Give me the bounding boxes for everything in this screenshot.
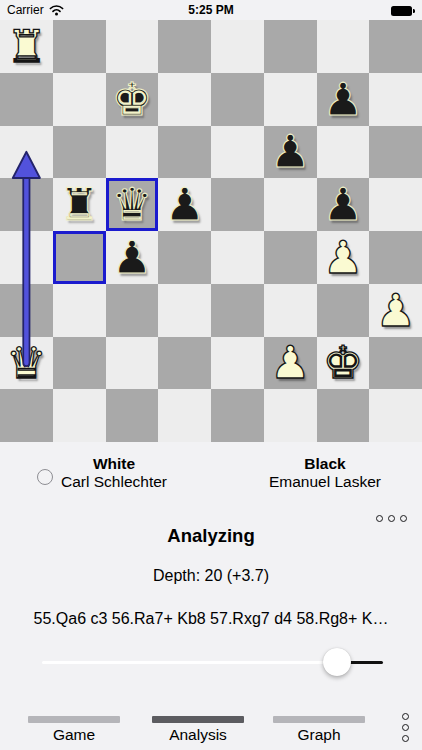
square-e5[interactable]: [211, 178, 264, 231]
black-pawn-d5[interactable]: ♟: [164, 182, 204, 227]
square-e6[interactable]: [211, 126, 264, 179]
square-f2[interactable]: ♟: [264, 337, 317, 390]
square-c8[interactable]: [106, 20, 159, 73]
square-g5[interactable]: ♟: [317, 178, 370, 231]
square-d4[interactable]: [158, 231, 211, 284]
black-label: Black: [251, 456, 399, 472]
square-b7[interactable]: [53, 73, 106, 126]
square-d3[interactable]: [158, 284, 211, 337]
white-player-name: Carl Schlechter: [40, 474, 188, 490]
black-queen-c5[interactable]: ♛: [112, 182, 152, 227]
square-g1[interactable]: [317, 389, 370, 442]
app-screen: Carrier 5:25 PM ♜♚♟♟♜♛♟♟♟♟♟♛♟♚ White Car…: [0, 0, 422, 750]
square-e3[interactable]: [211, 284, 264, 337]
status-bar: Carrier 5:25 PM: [0, 0, 422, 20]
square-a4[interactable]: [0, 231, 53, 284]
black-pawn-c4[interactable]: ♟: [112, 235, 152, 280]
analysis-options-button[interactable]: [376, 515, 407, 522]
square-b5[interactable]: ♜: [53, 178, 106, 231]
square-f1[interactable]: [264, 389, 317, 442]
square-a6[interactable]: [0, 126, 53, 179]
square-h3[interactable]: ♟: [369, 284, 422, 337]
battery-icon: [391, 6, 415, 16]
black-player: Black Emanuel Lasker: [251, 456, 399, 490]
square-h1[interactable]: [369, 389, 422, 442]
tab-indicator: [28, 716, 120, 723]
tab-analysis[interactable]: Analysis: [152, 716, 244, 744]
analysis-depth-eval: Depth: 20 (+3.7): [0, 567, 422, 585]
square-e4[interactable]: [211, 231, 264, 284]
square-g4[interactable]: ♟: [317, 231, 370, 284]
black-pawn-f6[interactable]: ♟: [270, 129, 310, 174]
chess-board-container: ♜♚♟♟♜♛♟♟♟♟♟♛♟♚: [0, 20, 422, 442]
white-king-g2[interactable]: ♚: [323, 340, 363, 385]
square-b8[interactable]: [53, 20, 106, 73]
square-b3[interactable]: [53, 284, 106, 337]
dot-icon: [376, 515, 383, 522]
dot-icon: [402, 713, 409, 720]
square-f3[interactable]: [264, 284, 317, 337]
square-h2[interactable]: [369, 337, 422, 390]
square-e2[interactable]: [211, 337, 264, 390]
square-h7[interactable]: [369, 73, 422, 126]
square-e8[interactable]: [211, 20, 264, 73]
white-pawn-h3[interactable]: ♟: [375, 288, 415, 333]
square-d7[interactable]: [158, 73, 211, 126]
square-c5[interactable]: ♛: [106, 178, 159, 231]
tab-indicator-active: [152, 716, 244, 723]
square-a7[interactable]: [0, 73, 53, 126]
square-d2[interactable]: [158, 337, 211, 390]
square-e1[interactable]: [211, 389, 264, 442]
dot-icon: [402, 724, 409, 731]
square-h8[interactable]: [369, 20, 422, 73]
square-h4[interactable]: [369, 231, 422, 284]
tab-game[interactable]: Game: [28, 716, 120, 744]
square-d5[interactable]: ♟: [158, 178, 211, 231]
black-pawn-g5[interactable]: ♟: [323, 182, 363, 227]
more-menu-button[interactable]: [402, 713, 409, 742]
slider-thumb[interactable]: [323, 648, 351, 676]
white-queen-a2[interactable]: ♛: [6, 340, 46, 385]
square-d8[interactable]: [158, 20, 211, 73]
square-c1[interactable]: [106, 389, 159, 442]
square-c7[interactable]: ♚: [106, 73, 159, 126]
white-player: White Carl Schlechter: [40, 456, 188, 490]
square-b2[interactable]: [53, 337, 106, 390]
black-player-name: Emanuel Lasker: [251, 474, 399, 490]
black-rook-b5[interactable]: ♜: [59, 182, 99, 227]
square-g2[interactable]: ♚: [317, 337, 370, 390]
square-d1[interactable]: [158, 389, 211, 442]
square-a1[interactable]: [0, 389, 53, 442]
slider-track-left[interactable]: [42, 661, 337, 664]
square-c3[interactable]: [106, 284, 159, 337]
white-pawn-f2[interactable]: ♟: [270, 340, 310, 385]
square-a8[interactable]: ♜: [0, 20, 53, 73]
square-a2[interactable]: ♛: [0, 337, 53, 390]
black-pawn-g7[interactable]: ♟: [323, 77, 363, 122]
square-d6[interactable]: [158, 126, 211, 179]
square-g6[interactable]: [317, 126, 370, 179]
tab-graph[interactable]: Graph: [273, 716, 365, 744]
square-e7[interactable]: [211, 73, 264, 126]
square-a5[interactable]: [0, 178, 53, 231]
black-king-c7[interactable]: ♚: [112, 77, 152, 122]
chess-board[interactable]: ♜♚♟♟♜♛♟♟♟♟♟♛♟♚: [0, 20, 422, 442]
square-c6[interactable]: [106, 126, 159, 179]
square-h6[interactable]: [369, 126, 422, 179]
dot-icon: [388, 515, 395, 522]
tab-indicator: [273, 716, 365, 723]
tab-analysis-label: Analysis: [152, 726, 244, 744]
white-pawn-g4[interactable]: ♟: [323, 235, 363, 280]
square-g8[interactable]: [317, 20, 370, 73]
square-f6[interactable]: ♟: [264, 126, 317, 179]
square-b6[interactable]: [53, 126, 106, 179]
white-rook-a8[interactable]: ♜: [6, 24, 46, 69]
dot-icon: [402, 735, 409, 742]
square-f8[interactable]: [264, 20, 317, 73]
tab-game-label: Game: [28, 726, 120, 744]
clock: 5:25 PM: [0, 3, 422, 17]
analysis-line: 55.Qa6 c3 56.Ra7+ Kb8 57.Rxg7 d4 58.Rg8+…: [0, 610, 422, 628]
square-c2[interactable]: [106, 337, 159, 390]
dot-icon: [400, 515, 407, 522]
square-c4[interactable]: ♟: [106, 231, 159, 284]
square-f5[interactable]: [264, 178, 317, 231]
square-b1[interactable]: [53, 389, 106, 442]
analysis-status-title: Analyzing: [0, 525, 422, 547]
square-b4[interactable]: [53, 231, 106, 284]
white-label: White: [40, 456, 188, 472]
square-f7[interactable]: [264, 73, 317, 126]
square-g7[interactable]: ♟: [317, 73, 370, 126]
tab-graph-label: Graph: [273, 726, 365, 744]
square-f4[interactable]: [264, 231, 317, 284]
square-a3[interactable]: [0, 284, 53, 337]
square-g3[interactable]: [317, 284, 370, 337]
square-h5[interactable]: [369, 178, 422, 231]
move-slider[interactable]: [0, 646, 422, 678]
